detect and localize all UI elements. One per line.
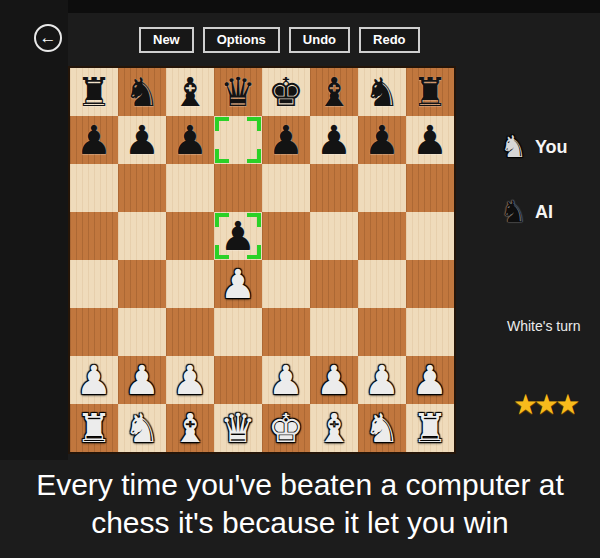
square-a1[interactable]: ♜ — [70, 404, 118, 452]
black-knight: ♞ — [364, 68, 400, 116]
top-edge-strip — [0, 0, 600, 13]
black-pawn: ♟ — [412, 116, 448, 164]
square-a6[interactable] — [70, 164, 118, 212]
white-rook: ♜ — [76, 404, 112, 452]
square-a3[interactable] — [70, 308, 118, 356]
square-a4[interactable] — [70, 260, 118, 308]
square-b1[interactable]: ♞ — [118, 404, 166, 452]
square-c1[interactable]: ♝ — [166, 404, 214, 452]
back-button[interactable]: ← — [34, 24, 62, 52]
square-c6[interactable] — [166, 164, 214, 212]
square-f4[interactable] — [310, 260, 358, 308]
white-queen: ♛ — [220, 404, 256, 452]
chess-board: ♜♞♝♛♚♝♞♜♟♟♟♟♟♟♟♟♟♟♟♟♟♟♟♟♜♞♝♛♚♝♞♜ — [68, 66, 456, 454]
square-d2[interactable] — [214, 356, 262, 404]
black-pawn: ♟ — [268, 116, 304, 164]
black-bishop: ♝ — [316, 68, 352, 116]
square-g8[interactable]: ♞ — [358, 68, 406, 116]
caption-line-1: Every time you've beaten a computer at — [0, 466, 600, 504]
black-bishop: ♝ — [172, 68, 208, 116]
caption-text: Every time you've beaten a computer at c… — [0, 466, 600, 542]
square-f8[interactable]: ♝ — [310, 68, 358, 116]
black-king: ♚ — [268, 68, 304, 116]
square-c5[interactable] — [166, 212, 214, 260]
square-b3[interactable] — [118, 308, 166, 356]
square-g7[interactable]: ♟ — [358, 116, 406, 164]
square-d5[interactable]: ♟ — [214, 212, 262, 260]
white-bishop: ♝ — [172, 404, 208, 452]
square-d7[interactable] — [214, 116, 262, 164]
square-a2[interactable]: ♟ — [70, 356, 118, 404]
black-knight: ♞ — [124, 68, 160, 116]
you-label: You — [535, 137, 568, 158]
square-h8[interactable]: ♜ — [406, 68, 454, 116]
black-queen: ♛ — [220, 68, 256, 116]
white-pawn: ♟ — [76, 356, 112, 404]
white-knight: ♞ — [364, 404, 400, 452]
chess-app-window: ← New Options Undo Redo ♜♞♝♛♚♝♞♜♟♟♟♟♟♟♟♟… — [0, 0, 600, 558]
redo-button[interactable]: Redo — [359, 27, 420, 53]
difficulty-stars: ★★★ — [513, 388, 576, 421]
turn-indicator: White's turn — [507, 318, 580, 334]
new-game-button[interactable]: New — [139, 27, 194, 53]
square-c4[interactable] — [166, 260, 214, 308]
white-king: ♚ — [268, 404, 304, 452]
player-row-you: ♞ You — [500, 132, 568, 162]
black-pawn: ♟ — [220, 212, 256, 260]
square-e6[interactable] — [262, 164, 310, 212]
black-pawn: ♟ — [316, 116, 352, 164]
square-b2[interactable]: ♟ — [118, 356, 166, 404]
square-h2[interactable]: ♟ — [406, 356, 454, 404]
square-g5[interactable] — [358, 212, 406, 260]
undo-button[interactable]: Undo — [289, 27, 350, 53]
square-a5[interactable] — [70, 212, 118, 260]
square-d1[interactable]: ♛ — [214, 404, 262, 452]
square-e4[interactable] — [262, 260, 310, 308]
square-h4[interactable] — [406, 260, 454, 308]
toolbar: New Options Undo Redo — [139, 27, 420, 53]
white-pawn: ♟ — [268, 356, 304, 404]
square-c7[interactable]: ♟ — [166, 116, 214, 164]
caption-line-2: chess it's because it let you win — [0, 504, 600, 542]
black-pawn: ♟ — [172, 116, 208, 164]
square-b5[interactable] — [118, 212, 166, 260]
square-b7[interactable]: ♟ — [118, 116, 166, 164]
white-pawn: ♟ — [172, 356, 208, 404]
white-bishop: ♝ — [316, 404, 352, 452]
white-knight-icon: ♞ — [500, 132, 527, 162]
square-g1[interactable]: ♞ — [358, 404, 406, 452]
square-e1[interactable]: ♚ — [262, 404, 310, 452]
square-g6[interactable] — [358, 164, 406, 212]
square-e3[interactable] — [262, 308, 310, 356]
square-g3[interactable] — [358, 308, 406, 356]
square-a8[interactable]: ♜ — [70, 68, 118, 116]
black-pawn: ♟ — [76, 116, 112, 164]
star-icon: ★ — [534, 388, 555, 421]
white-pawn: ♟ — [364, 356, 400, 404]
square-c3[interactable] — [166, 308, 214, 356]
star-icon: ★ — [555, 388, 576, 421]
square-e2[interactable]: ♟ — [262, 356, 310, 404]
square-c8[interactable]: ♝ — [166, 68, 214, 116]
white-knight: ♞ — [124, 404, 160, 452]
square-e5[interactable] — [262, 212, 310, 260]
square-b6[interactable] — [118, 164, 166, 212]
black-rook: ♜ — [412, 68, 448, 116]
square-a7[interactable]: ♟ — [70, 116, 118, 164]
white-pawn: ♟ — [124, 356, 160, 404]
white-pawn: ♟ — [412, 356, 448, 404]
white-pawn: ♟ — [316, 356, 352, 404]
square-h7[interactable]: ♟ — [406, 116, 454, 164]
square-g2[interactable]: ♟ — [358, 356, 406, 404]
square-e7[interactable]: ♟ — [262, 116, 310, 164]
square-d3[interactable] — [214, 308, 262, 356]
square-g4[interactable] — [358, 260, 406, 308]
black-pawn: ♟ — [124, 116, 160, 164]
ai-label: AI — [535, 202, 553, 223]
square-f3[interactable] — [310, 308, 358, 356]
square-h1[interactable]: ♜ — [406, 404, 454, 452]
black-knight-icon: ♞ — [500, 197, 527, 227]
square-e8[interactable]: ♚ — [262, 68, 310, 116]
square-b8[interactable]: ♞ — [118, 68, 166, 116]
arrow-left-icon: ← — [40, 29, 57, 46]
square-f5[interactable] — [310, 212, 358, 260]
options-button[interactable]: Options — [203, 27, 280, 53]
square-h5[interactable] — [406, 212, 454, 260]
square-f2[interactable]: ♟ — [310, 356, 358, 404]
left-edge-strip — [0, 0, 68, 460]
white-pawn: ♟ — [220, 260, 256, 308]
black-pawn: ♟ — [364, 116, 400, 164]
square-d4[interactable]: ♟ — [214, 260, 262, 308]
square-h6[interactable] — [406, 164, 454, 212]
square-f7[interactable]: ♟ — [310, 116, 358, 164]
white-rook: ♜ — [412, 404, 448, 452]
square-c2[interactable]: ♟ — [166, 356, 214, 404]
star-icon: ★ — [513, 388, 534, 421]
player-row-ai: ♞ AI — [500, 197, 553, 227]
square-b4[interactable] — [118, 260, 166, 308]
black-rook: ♜ — [76, 68, 112, 116]
square-d6[interactable] — [214, 164, 262, 212]
square-d8[interactable]: ♛ — [214, 68, 262, 116]
square-h3[interactable] — [406, 308, 454, 356]
square-f6[interactable] — [310, 164, 358, 212]
square-f1[interactable]: ♝ — [310, 404, 358, 452]
